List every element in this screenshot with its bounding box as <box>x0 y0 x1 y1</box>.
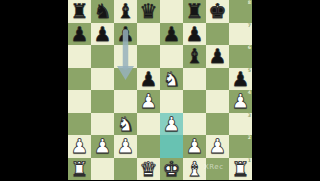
square-e8[interactable] <box>160 0 183 23</box>
square-a1[interactable]: ♜ <box>68 158 91 181</box>
black-bishop[interactable]: ♝ <box>183 45 206 68</box>
square-g7[interactable] <box>206 23 229 46</box>
square-c8[interactable]: ♝ <box>114 0 137 23</box>
square-e7[interactable]: ♟ <box>160 23 183 46</box>
black-king[interactable]: ♚ <box>206 0 229 23</box>
white-pawn[interactable]: ♟ <box>229 90 252 113</box>
square-b4[interactable] <box>91 90 114 113</box>
square-c2[interactable]: ♟ <box>114 135 137 158</box>
square-h2[interactable]: 2 <box>229 135 252 158</box>
white-king[interactable]: ♚ <box>160 158 183 181</box>
square-e6[interactable] <box>160 45 183 68</box>
square-b7[interactable]: ♟ <box>91 23 114 46</box>
letterbox-left <box>0 0 68 180</box>
white-pawn[interactable]: ♟ <box>91 135 114 158</box>
white-pawn[interactable]: ♟ <box>68 135 91 158</box>
square-e4[interactable] <box>160 90 183 113</box>
square-b2[interactable]: ♟ <box>91 135 114 158</box>
white-rook[interactable]: ♜ <box>68 158 91 181</box>
square-d7[interactable] <box>137 23 160 46</box>
white-pawn[interactable]: ♟ <box>137 90 160 113</box>
square-c4[interactable] <box>114 90 137 113</box>
square-b8[interactable]: ♞ <box>91 0 114 23</box>
black-pawn[interactable]: ♟ <box>114 23 137 46</box>
square-a5[interactable] <box>68 68 91 91</box>
square-f3[interactable] <box>183 113 206 136</box>
square-h1[interactable]: 1♜ <box>229 158 252 181</box>
screen-recorder-watermark: XRec <box>204 163 224 171</box>
black-pawn[interactable]: ♟ <box>183 23 206 46</box>
square-h7[interactable]: 7 <box>229 23 252 46</box>
black-pawn[interactable]: ♟ <box>91 23 114 46</box>
square-b6[interactable] <box>91 45 114 68</box>
square-f2[interactable]: ♟ <box>183 135 206 158</box>
white-pawn[interactable]: ♟ <box>114 135 137 158</box>
square-f6[interactable]: ♝ <box>183 45 206 68</box>
black-rook[interactable]: ♜ <box>183 0 206 23</box>
square-d2[interactable] <box>137 135 160 158</box>
square-a2[interactable]: ♟ <box>68 135 91 158</box>
white-rook[interactable]: ♜ <box>229 158 252 181</box>
square-b5[interactable] <box>91 68 114 91</box>
square-d6[interactable] <box>137 45 160 68</box>
square-g5[interactable] <box>206 68 229 91</box>
square-g8[interactable]: ♚ <box>206 0 229 23</box>
square-a7[interactable]: ♟ <box>68 23 91 46</box>
square-a3[interactable] <box>68 113 91 136</box>
square-e5[interactable]: ♞ <box>160 68 183 91</box>
square-c1[interactable] <box>114 158 137 181</box>
square-e1[interactable]: ♚ <box>160 158 183 181</box>
square-a6[interactable] <box>68 45 91 68</box>
black-pawn[interactable]: ♟ <box>160 23 183 46</box>
square-d4[interactable]: ♟ <box>137 90 160 113</box>
square-g6[interactable]: ♟ <box>206 45 229 68</box>
square-a4[interactable] <box>68 90 91 113</box>
square-h6[interactable]: 6 <box>229 45 252 68</box>
white-queen[interactable]: ♛ <box>137 158 160 181</box>
rank-label-8: 8 <box>248 0 251 5</box>
square-h8[interactable]: 8 <box>229 0 252 23</box>
rank-label-6: 6 <box>248 45 251 50</box>
square-d3[interactable] <box>137 113 160 136</box>
white-bishop[interactable]: ♝ <box>183 158 206 181</box>
square-g4[interactable] <box>206 90 229 113</box>
rank-label-3: 3 <box>248 113 251 118</box>
white-pawn[interactable]: ♟ <box>160 113 183 136</box>
square-g3[interactable] <box>206 113 229 136</box>
square-a8[interactable]: ♜ <box>68 0 91 23</box>
square-d8[interactable]: ♛ <box>137 0 160 23</box>
square-b3[interactable] <box>91 113 114 136</box>
black-pawn[interactable]: ♟ <box>68 23 91 46</box>
square-h3[interactable]: 3 <box>229 113 252 136</box>
square-d1[interactable]: ♛ <box>137 158 160 181</box>
black-pawn[interactable]: ♟ <box>206 45 229 68</box>
square-f8[interactable]: ♜ <box>183 0 206 23</box>
square-c6[interactable] <box>114 45 137 68</box>
square-e3[interactable]: ♟ <box>160 113 183 136</box>
black-knight[interactable]: ♞ <box>91 0 114 23</box>
square-h5[interactable]: 5♟ <box>229 68 252 91</box>
square-h4[interactable]: 4♟ <box>229 90 252 113</box>
square-f4[interactable] <box>183 90 206 113</box>
black-pawn[interactable]: ♟ <box>137 68 160 91</box>
chess-board[interactable]: ♜♞♝♛♜♚8♟♟♟♟♟7♝♟6♟♞5♟♟4♟♞♟3♟♟♟♟♟2♜♛♚♝1♜ <box>68 0 252 180</box>
white-knight[interactable]: ♞ <box>160 68 183 91</box>
white-pawn[interactable]: ♟ <box>206 135 229 158</box>
square-e2[interactable] <box>160 135 183 158</box>
black-rook[interactable]: ♜ <box>68 0 91 23</box>
square-f5[interactable] <box>183 68 206 91</box>
white-pawn[interactable]: ♟ <box>183 135 206 158</box>
square-g2[interactable]: ♟ <box>206 135 229 158</box>
square-b1[interactable] <box>91 158 114 181</box>
white-knight[interactable]: ♞ <box>114 113 137 136</box>
square-c3[interactable]: ♞ <box>114 113 137 136</box>
square-c5[interactable] <box>114 68 137 91</box>
square-c7[interactable]: ♟ <box>114 23 137 46</box>
rank-label-2: 2 <box>248 135 251 140</box>
rank-label-7: 7 <box>248 23 251 28</box>
black-pawn[interactable]: ♟ <box>229 68 252 91</box>
black-bishop[interactable]: ♝ <box>114 0 137 23</box>
letterbox-right <box>252 0 320 180</box>
black-queen[interactable]: ♛ <box>137 0 160 23</box>
square-f1[interactable]: ♝ <box>183 158 206 181</box>
square-d5[interactable]: ♟ <box>137 68 160 91</box>
square-f7[interactable]: ♟ <box>183 23 206 46</box>
